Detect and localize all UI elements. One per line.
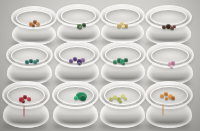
gemstone-red (27, 97, 31, 101)
gem-jar-9-red (2, 81, 50, 128)
gem-jar-3-golden-yellow (100, 4, 145, 43)
gem-jar-2-dark-green (56, 4, 101, 43)
gem-jar-12-orange (145, 81, 193, 128)
gem-jar-6-purple (54, 41, 100, 84)
gem-jars-photo (0, 0, 200, 131)
gem-jar-1-amber-orange (11, 6, 57, 45)
jar-opening (61, 8, 96, 24)
gem-jar-8-pink (146, 42, 194, 85)
gem-jar-4-dark-brown (145, 5, 192, 45)
gemstone-emerald-rough (74, 96, 78, 100)
gemstone-pink (170, 65, 173, 68)
gemstone-dark-green (82, 23, 86, 27)
gem-jar-7-green (100, 41, 146, 84)
gemstone-orange (171, 96, 175, 100)
gemstone-yellow-green (119, 100, 122, 103)
gemstone-dark-brown (173, 25, 176, 28)
gem-jar-11-yellow-green (99, 81, 146, 128)
gem-jar-5-teal (6, 42, 53, 85)
gem-jar-10-emerald-rough (52, 81, 99, 128)
gemstone-red (22, 100, 25, 103)
gemstone-purple (81, 58, 85, 62)
